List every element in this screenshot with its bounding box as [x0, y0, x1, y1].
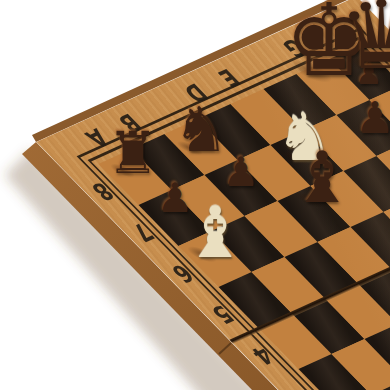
piece-black-rook-a8[interactable]: ♜ — [107, 124, 159, 182]
piece-black-pawn-c7[interactable]: ♟ — [223, 152, 259, 193]
chess-photo-stage: ABDEG87654 ♜♞♚♟♟♟♞♟♝♝♟♛ — [0, 0, 390, 390]
piece-black-pawn-g7[interactable]: ♟ — [355, 96, 390, 140]
piece-black-knight-c8[interactable]: ♞ — [173, 99, 229, 161]
piece-black-queen-offboard[interactable]: ♛ — [338, 0, 390, 83]
piece-white-bishop-a6[interactable]: ♝ — [183, 198, 246, 269]
piece-black-bishop-d6[interactable]: ♝ — [290, 143, 353, 214]
